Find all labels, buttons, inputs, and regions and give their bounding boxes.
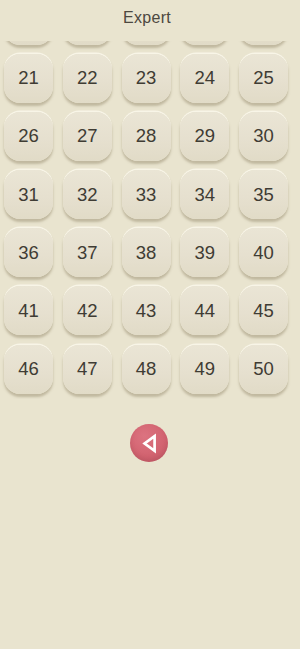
level-button[interactable]: 50 [239,345,288,394]
level-button[interactable]: 41 [4,286,53,335]
level-button[interactable]: 48 [122,345,171,394]
level-button[interactable]: 33 [122,170,171,219]
level-button[interactable]: 45 [239,286,288,335]
level-button[interactable]: 38 [122,228,171,277]
level-button-partial[interactable] [122,41,171,45]
level-button[interactable]: 21 [4,54,53,103]
back-triangle-icon [142,433,157,454]
level-button[interactable]: 43 [122,286,171,335]
level-button[interactable]: 24 [180,54,229,103]
level-button[interactable]: 27 [63,112,112,161]
level-button[interactable]: 23 [122,54,171,103]
level-button-partial[interactable] [239,41,288,45]
level-button[interactable]: 37 [63,228,112,277]
level-button[interactable]: 49 [180,345,229,394]
level-button[interactable]: 42 [63,286,112,335]
level-grid: 2122232425262728293031323334353637383940… [4,41,288,394]
level-button[interactable]: 32 [63,170,112,219]
level-button[interactable]: 26 [4,112,53,161]
level-select-screen: Expert 212223242526272829303132333435363… [0,0,300,649]
level-button-partial[interactable] [63,41,112,45]
level-button[interactable]: 34 [180,170,229,219]
level-button-partial[interactable] [180,41,229,45]
level-button[interactable]: 28 [122,112,171,161]
level-button[interactable]: 22 [63,54,112,103]
level-button[interactable]: 31 [4,170,53,219]
page-title: Expert [0,7,294,29]
back-button[interactable] [130,424,168,462]
level-grid-viewport[interactable]: 2122232425262728293031323334353637383940… [0,41,300,399]
level-button[interactable]: 44 [180,286,229,335]
level-button-partial[interactable] [4,41,53,45]
level-button[interactable]: 36 [4,228,53,277]
level-button[interactable]: 40 [239,228,288,277]
level-button[interactable]: 35 [239,170,288,219]
level-button[interactable]: 46 [4,345,53,394]
level-button[interactable]: 47 [63,345,112,394]
level-button[interactable]: 29 [180,112,229,161]
level-button[interactable]: 25 [239,54,288,103]
level-button[interactable]: 39 [180,228,229,277]
level-button[interactable]: 30 [239,112,288,161]
